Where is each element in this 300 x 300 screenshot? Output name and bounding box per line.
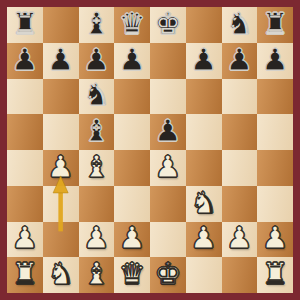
square-d4[interactable] xyxy=(114,150,150,186)
piece-white-pawn: ♟ xyxy=(226,223,253,253)
square-d6[interactable] xyxy=(114,79,150,115)
piece-black-knight: ♞ xyxy=(226,9,253,39)
piece-black-king: ♚ xyxy=(154,9,181,39)
square-a5[interactable] xyxy=(7,114,43,150)
square-h8[interactable]: ♜ xyxy=(257,7,293,43)
piece-white-king: ♚ xyxy=(154,259,181,289)
piece-white-pawn: ♟ xyxy=(190,223,217,253)
square-g6[interactable] xyxy=(222,79,258,115)
square-h5[interactable] xyxy=(257,114,293,150)
square-f1[interactable] xyxy=(186,257,222,293)
chess-board-grid: ♜♝♛♚♞♜♟♟♟♟♟♟♟♞♝♟♟♝♟♞♟♟♟♟♟♟♜♞♝♛♚♜ xyxy=(7,7,293,293)
piece-white-bishop: ♝ xyxy=(83,259,110,289)
piece-black-rook: ♜ xyxy=(262,9,289,39)
square-d7[interactable]: ♟ xyxy=(114,43,150,79)
square-f2[interactable]: ♟ xyxy=(186,222,222,258)
square-c1[interactable]: ♝ xyxy=(79,257,115,293)
square-d3[interactable] xyxy=(114,186,150,222)
piece-black-pawn: ♟ xyxy=(226,45,253,75)
piece-white-pawn: ♟ xyxy=(47,152,74,182)
square-g2[interactable]: ♟ xyxy=(222,222,258,258)
square-c4[interactable]: ♝ xyxy=(79,150,115,186)
square-b8[interactable] xyxy=(43,7,79,43)
square-c5[interactable]: ♝ xyxy=(79,114,115,150)
square-e3[interactable] xyxy=(150,186,186,222)
square-f4[interactable] xyxy=(186,150,222,186)
square-a6[interactable] xyxy=(7,79,43,115)
piece-white-pawn: ♟ xyxy=(262,223,289,253)
piece-white-bishop: ♝ xyxy=(83,152,110,182)
piece-black-pawn: ♟ xyxy=(262,45,289,75)
square-f8[interactable] xyxy=(186,7,222,43)
piece-black-pawn: ♟ xyxy=(83,45,110,75)
square-g3[interactable] xyxy=(222,186,258,222)
square-c7[interactable]: ♟ xyxy=(79,43,115,79)
chess-board: ♜♝♛♚♞♜♟♟♟♟♟♟♟♞♝♟♟♝♟♞♟♟♟♟♟♟♜♞♝♛♚♜ xyxy=(0,0,300,300)
square-c2[interactable]: ♟ xyxy=(79,222,115,258)
square-b1[interactable]: ♞ xyxy=(43,257,79,293)
piece-white-pawn: ♟ xyxy=(154,152,181,182)
piece-black-pawn: ♟ xyxy=(190,45,217,75)
square-d1[interactable]: ♛ xyxy=(114,257,150,293)
piece-black-knight: ♞ xyxy=(83,80,110,110)
square-f3[interactable]: ♞ xyxy=(186,186,222,222)
square-b7[interactable]: ♟ xyxy=(43,43,79,79)
square-d5[interactable] xyxy=(114,114,150,150)
square-f5[interactable] xyxy=(186,114,222,150)
square-h3[interactable] xyxy=(257,186,293,222)
piece-black-pawn: ♟ xyxy=(47,45,74,75)
square-c6[interactable]: ♞ xyxy=(79,79,115,115)
piece-black-pawn: ♟ xyxy=(154,116,181,146)
piece-black-queen: ♛ xyxy=(119,9,146,39)
square-e4[interactable]: ♟ xyxy=(150,150,186,186)
square-h2[interactable]: ♟ xyxy=(257,222,293,258)
square-d8[interactable]: ♛ xyxy=(114,7,150,43)
piece-white-knight: ♞ xyxy=(47,259,74,289)
piece-white-rook: ♜ xyxy=(11,259,38,289)
square-h4[interactable] xyxy=(257,150,293,186)
square-a8[interactable]: ♜ xyxy=(7,7,43,43)
piece-white-rook: ♜ xyxy=(262,259,289,289)
piece-white-pawn: ♟ xyxy=(83,223,110,253)
square-g5[interactable] xyxy=(222,114,258,150)
piece-white-pawn: ♟ xyxy=(11,223,38,253)
square-e5[interactable]: ♟ xyxy=(150,114,186,150)
piece-white-knight: ♞ xyxy=(190,188,217,218)
piece-black-bishop: ♝ xyxy=(83,9,110,39)
square-e6[interactable] xyxy=(150,79,186,115)
square-g7[interactable]: ♟ xyxy=(222,43,258,79)
piece-black-pawn: ♟ xyxy=(119,45,146,75)
piece-black-rook: ♜ xyxy=(11,9,38,39)
piece-black-pawn: ♟ xyxy=(11,45,38,75)
square-e8[interactable]: ♚ xyxy=(150,7,186,43)
square-h1[interactable]: ♜ xyxy=(257,257,293,293)
square-g8[interactable]: ♞ xyxy=(222,7,258,43)
square-f7[interactable]: ♟ xyxy=(186,43,222,79)
square-b5[interactable] xyxy=(43,114,79,150)
piece-white-queen: ♛ xyxy=(119,259,146,289)
square-f6[interactable] xyxy=(186,79,222,115)
square-b3[interactable] xyxy=(43,186,79,222)
square-b4[interactable]: ♟ xyxy=(43,150,79,186)
square-e7[interactable] xyxy=(150,43,186,79)
square-a2[interactable]: ♟ xyxy=(7,222,43,258)
square-c3[interactable] xyxy=(79,186,115,222)
square-a3[interactable] xyxy=(7,186,43,222)
square-d2[interactable]: ♟ xyxy=(114,222,150,258)
piece-black-bishop: ♝ xyxy=(83,116,110,146)
square-b6[interactable] xyxy=(43,79,79,115)
piece-white-pawn: ♟ xyxy=(119,223,146,253)
square-a1[interactable]: ♜ xyxy=(7,257,43,293)
square-e1[interactable]: ♚ xyxy=(150,257,186,293)
square-g4[interactable] xyxy=(222,150,258,186)
square-h7[interactable]: ♟ xyxy=(257,43,293,79)
square-b2[interactable] xyxy=(43,222,79,258)
square-a7[interactable]: ♟ xyxy=(7,43,43,79)
square-e2[interactable] xyxy=(150,222,186,258)
square-c8[interactable]: ♝ xyxy=(79,7,115,43)
square-a4[interactable] xyxy=(7,150,43,186)
square-h6[interactable] xyxy=(257,79,293,115)
square-g1[interactable] xyxy=(222,257,258,293)
